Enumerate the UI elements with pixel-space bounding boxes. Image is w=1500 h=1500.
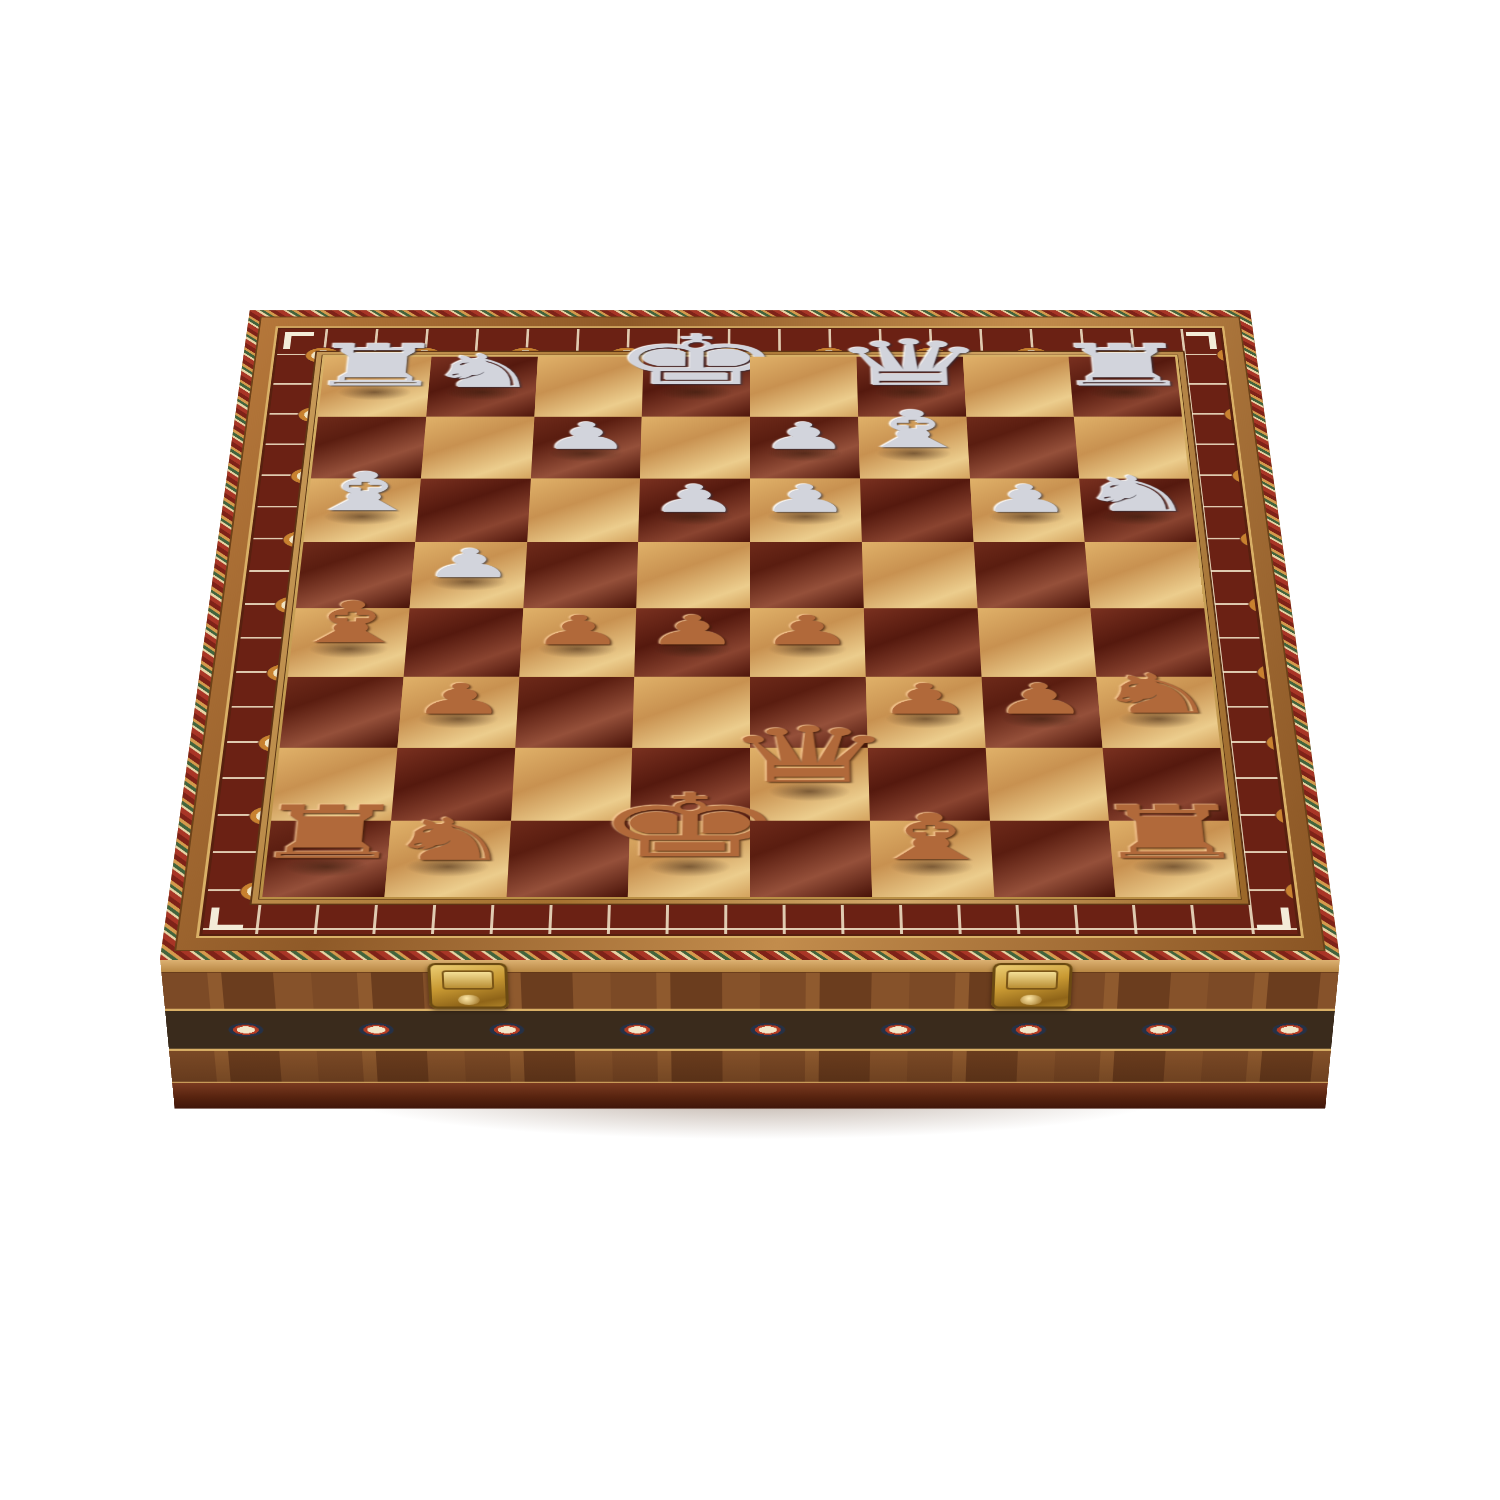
square-e4: ♟ (750, 608, 866, 676)
square-f7: ♝ (858, 417, 970, 479)
silver-p-glyph: ♟ (421, 545, 518, 581)
square-a3 (280, 677, 404, 748)
square-h6: ♞ (1079, 478, 1196, 542)
square-d5 (636, 542, 750, 608)
square-c4: ♟ (519, 608, 637, 676)
copper-p-glyph: ♟ (759, 611, 856, 649)
box-lid-lip (160, 960, 1340, 972)
front-mosaic-band (165, 1009, 1335, 1051)
square-e7: ♟ (750, 417, 860, 479)
copper-p-glyph: ♟ (530, 611, 628, 649)
copper-r-glyph: ♜ (1086, 799, 1256, 866)
silver-q-glyph: ♛ (830, 334, 991, 392)
square-b5: ♟ (409, 542, 526, 608)
silver-n-glyph: ♞ (423, 350, 542, 392)
silver-p-glyph: ♟ (648, 481, 741, 516)
square-d8: ♚ (642, 357, 750, 417)
silver-b-glyph: ♝ (296, 467, 431, 516)
perspective-scene: ♜♞♚♛♜♟♟♝♝♟♟♟♞♟♝♟♟♟♟♟♟♞♛♜♞♚♝♜ (0, 0, 1500, 1500)
square-g7 (966, 417, 1079, 479)
square-f6 (860, 478, 973, 542)
copper-n-glyph: ♞ (382, 812, 517, 866)
corner-inlay-mark (209, 908, 245, 930)
square-f1: ♝ (870, 821, 994, 897)
silver-r-glyph: ♜ (1048, 339, 1198, 392)
silver-p-glyph: ♟ (541, 419, 634, 453)
brass-latch-icon (991, 963, 1073, 1009)
square-c7: ♟ (530, 417, 642, 479)
square-g3: ♟ (981, 677, 1103, 748)
square-c6 (527, 478, 640, 542)
copper-b-glyph: ♝ (859, 808, 1003, 867)
square-e5 (750, 542, 864, 608)
silver-p-glyph: ♟ (759, 419, 851, 453)
copper-p-glyph: ♟ (409, 680, 509, 719)
copper-p-glyph: ♟ (990, 680, 1090, 719)
silver-b-glyph: ♝ (848, 406, 978, 454)
square-d4: ♟ (634, 608, 750, 676)
silver-k-glyph: ♚ (609, 329, 785, 393)
brass-latch-icon (427, 963, 509, 1009)
square-a6: ♝ (303, 478, 420, 542)
square-d7 (640, 417, 750, 479)
square-f5 (862, 542, 977, 608)
square-b7 (421, 417, 534, 479)
copper-b-glyph: ♝ (281, 596, 421, 649)
square-b8: ♞ (426, 357, 537, 417)
silver-p-glyph: ♟ (759, 481, 852, 516)
copper-k-glyph: ♚ (590, 786, 788, 867)
square-g4 (977, 608, 1097, 676)
box-front-face (160, 960, 1340, 1109)
square-h3: ♞ (1097, 677, 1221, 748)
square-b3: ♟ (397, 677, 519, 748)
square-h1: ♜ (1109, 821, 1238, 897)
chess-box-top: ♜♞♚♛♜♟♟♝♝♟♟♟♞♟♝♟♟♟♟♟♟♞♛♜♞♚♝♜ (160, 310, 1340, 960)
silver-n-glyph: ♞ (1074, 471, 1198, 516)
square-g5 (973, 542, 1090, 608)
corner-inlay-mark (1255, 908, 1291, 930)
square-a8: ♜ (318, 357, 431, 417)
square-c5 (523, 542, 638, 608)
square-h5 (1085, 542, 1204, 608)
square-c3 (515, 677, 635, 748)
square-d1: ♚ (628, 821, 750, 897)
box-base-molding (172, 1083, 1328, 1109)
square-g6: ♟ (970, 478, 1085, 542)
square-b4 (403, 608, 523, 676)
product-photo-stage: ♜♞♚♛♜♟♟♝♝♟♟♟♞♟♝♟♟♟♟♟♟♞♛♜♞♚♝♜ (0, 0, 1500, 1500)
copper-p-glyph: ♟ (644, 611, 741, 649)
square-a1: ♜ (262, 821, 391, 897)
silver-p-glyph: ♟ (978, 481, 1073, 516)
square-d6: ♟ (638, 478, 750, 542)
square-b6 (415, 478, 530, 542)
square-b1: ♞ (384, 821, 510, 897)
square-h8: ♜ (1069, 357, 1182, 417)
square-e6: ♟ (750, 478, 862, 542)
copper-n-glyph: ♞ (1091, 669, 1222, 719)
square-a4: ♝ (288, 608, 409, 676)
square-f4 (864, 608, 982, 676)
chess-board-grid: ♜♞♚♛♜♟♟♝♝♟♟♟♞♟♝♟♟♟♟♟♟♞♛♜♞♚♝♜ (262, 357, 1237, 897)
